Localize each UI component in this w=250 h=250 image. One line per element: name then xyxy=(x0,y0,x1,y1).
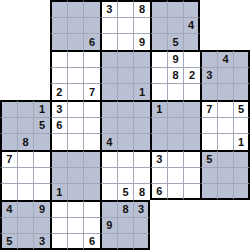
empty-cell-r5c13[interactable] xyxy=(217,83,234,100)
empty-cell-r8c5[interactable] xyxy=(83,133,100,150)
offboard-r1c1 xyxy=(17,17,34,34)
empty-cell-r6c4[interactable] xyxy=(67,100,84,117)
empty-cell-r11c0[interactable] xyxy=(0,183,17,200)
empty-cell-r10c5[interactable] xyxy=(83,167,100,184)
offboard-r2c12 xyxy=(200,33,217,50)
given-digit-r8c1: 8 xyxy=(17,133,34,150)
given-digit-r0c6: 3 xyxy=(100,0,117,17)
empty-cell-r5c7[interactable] xyxy=(117,83,134,100)
empty-cell-r8c3[interactable] xyxy=(50,133,67,150)
offboard-r14c13 xyxy=(217,233,234,250)
empty-cell-r4c13[interactable] xyxy=(217,67,234,84)
empty-cell-r10c1[interactable] xyxy=(17,167,34,184)
empty-cell-r2c7[interactable] xyxy=(117,33,134,50)
offboard-r14c11 xyxy=(183,233,200,250)
empty-cell-r7c13[interactable] xyxy=(217,117,234,134)
empty-cell-r7c0[interactable] xyxy=(0,117,17,134)
empty-cell-r3c12[interactable] xyxy=(200,50,217,67)
sudoku-board: 384695948232711317556841735158649839536 xyxy=(0,0,250,250)
offboard-r1c2 xyxy=(33,17,50,34)
empty-cell-r12c6[interactable] xyxy=(100,200,117,217)
empty-cell-r10c10[interactable] xyxy=(167,167,184,184)
empty-cell-r0c3[interactable] xyxy=(50,0,67,17)
empty-cell-r6c1[interactable] xyxy=(17,100,34,117)
given-digit-r9c0: 7 xyxy=(0,150,17,167)
offboard-r1c0 xyxy=(0,17,17,34)
empty-cell-r2c6[interactable] xyxy=(100,33,117,50)
given-digit-r11c8: 8 xyxy=(133,183,150,200)
empty-cell-r11c2[interactable] xyxy=(33,183,50,200)
empty-cell-r1c3[interactable] xyxy=(50,17,67,34)
empty-cell-r4c6[interactable] xyxy=(100,67,117,84)
empty-cell-r12c4[interactable] xyxy=(67,200,84,217)
empty-cell-r6c13[interactable] xyxy=(217,100,234,117)
offboard-r0c2 xyxy=(33,0,50,17)
empty-cell-r4c14[interactable] xyxy=(233,67,250,84)
given-digit-r6c2: 1 xyxy=(33,100,50,117)
empty-cell-r14c4[interactable] xyxy=(67,233,84,250)
empty-cell-r3c5[interactable] xyxy=(83,50,100,67)
empty-cell-r9c2[interactable] xyxy=(33,150,50,167)
empty-cell-r9c3[interactable] xyxy=(50,150,67,167)
empty-cell-r13c7[interactable] xyxy=(117,217,134,234)
empty-cell-r0c10[interactable] xyxy=(167,0,184,17)
empty-cell-r0c5[interactable] xyxy=(83,0,100,17)
empty-cell-r9c6[interactable] xyxy=(100,150,117,167)
empty-cell-r1c6[interactable] xyxy=(100,17,117,34)
empty-cell-r7c8[interactable] xyxy=(133,117,150,134)
empty-cell-r0c7[interactable] xyxy=(117,0,134,17)
empty-cell-r12c1[interactable] xyxy=(17,200,34,217)
empty-cell-r6c8[interactable] xyxy=(133,100,150,117)
empty-cell-r11c12[interactable] xyxy=(200,183,217,200)
given-digit-r12c7: 8 xyxy=(117,200,134,217)
offboard-r0c0 xyxy=(0,0,17,17)
empty-cell-r14c8[interactable] xyxy=(133,233,150,250)
empty-cell-r9c11[interactable] xyxy=(183,150,200,167)
empty-cell-r9c7[interactable] xyxy=(117,150,134,167)
given-digit-r12c8: 3 xyxy=(133,200,150,217)
empty-cell-r8c13[interactable] xyxy=(217,133,234,150)
empty-cell-r13c1[interactable] xyxy=(17,217,34,234)
given-digit-r6c9: 1 xyxy=(150,100,167,117)
offboard-r12c14 xyxy=(233,200,250,217)
given-digit-r1c11: 4 xyxy=(183,17,200,34)
given-digit-r2c8: 9 xyxy=(133,33,150,50)
empty-cell-r6c5[interactable] xyxy=(83,100,100,117)
offboard-r12c10 xyxy=(167,200,184,217)
empty-cell-r1c7[interactable] xyxy=(117,17,134,34)
empty-cell-r7c11[interactable] xyxy=(183,117,200,134)
empty-cell-r8c2[interactable] xyxy=(33,133,50,150)
offboard-r13c10 xyxy=(167,217,184,234)
offboard-r3c0 xyxy=(0,50,17,67)
empty-cell-r7c7[interactable] xyxy=(117,117,134,134)
empty-cell-r10c6[interactable] xyxy=(100,167,117,184)
empty-cell-r3c7[interactable] xyxy=(117,50,134,67)
offboard-r0c1 xyxy=(17,0,34,17)
empty-cell-r10c4[interactable] xyxy=(67,167,84,184)
empty-cell-r13c4[interactable] xyxy=(67,217,84,234)
empty-cell-r3c3[interactable] xyxy=(50,50,67,67)
empty-cell-r2c11[interactable] xyxy=(183,33,200,50)
empty-cell-r9c4[interactable] xyxy=(67,150,84,167)
empty-cell-r4c5[interactable] xyxy=(83,67,100,84)
empty-cell-r7c6[interactable] xyxy=(100,117,117,134)
empty-cell-r1c8[interactable] xyxy=(133,17,150,34)
empty-cell-r6c11[interactable] xyxy=(183,100,200,117)
given-digit-r13c6: 9 xyxy=(100,217,117,234)
empty-cell-r6c10[interactable] xyxy=(167,100,184,117)
empty-cell-r12c5[interactable] xyxy=(83,200,100,217)
offboard-r3c1 xyxy=(17,50,34,67)
given-digit-r5c8: 1 xyxy=(133,83,150,100)
given-digit-r7c2: 5 xyxy=(33,117,50,134)
empty-cell-r8c7[interactable] xyxy=(117,133,134,150)
empty-cell-r10c11[interactable] xyxy=(183,167,200,184)
empty-cell-r6c0[interactable] xyxy=(0,100,17,117)
empty-cell-r14c3[interactable] xyxy=(50,233,67,250)
offboard-r0c14 xyxy=(233,0,250,17)
empty-cell-r5c12[interactable] xyxy=(200,83,217,100)
offboard-r5c1 xyxy=(17,83,34,100)
empty-cell-r10c13[interactable] xyxy=(217,167,234,184)
empty-cell-r4c4[interactable] xyxy=(67,67,84,84)
offboard-r1c14 xyxy=(233,17,250,34)
empty-cell-r2c4[interactable] xyxy=(67,33,84,50)
empty-cell-r8c8[interactable] xyxy=(133,133,150,150)
empty-cell-r13c8[interactable] xyxy=(133,217,150,234)
empty-cell-r8c11[interactable] xyxy=(183,133,200,150)
empty-cell-r7c4[interactable] xyxy=(67,117,84,134)
empty-cell-r13c5[interactable] xyxy=(83,217,100,234)
empty-cell-r10c12[interactable] xyxy=(200,167,217,184)
empty-cell-r10c3[interactable] xyxy=(50,167,67,184)
empty-cell-r11c5[interactable] xyxy=(83,183,100,200)
empty-cell-r10c7[interactable] xyxy=(117,167,134,184)
empty-cell-r13c2[interactable] xyxy=(33,217,50,234)
empty-cell-r4c3[interactable] xyxy=(50,67,67,84)
offboard-r0c13 xyxy=(217,0,234,17)
given-digit-r9c12: 5 xyxy=(200,150,217,167)
empty-cell-r3c11[interactable] xyxy=(183,50,200,67)
empty-cell-r5c11[interactable] xyxy=(183,83,200,100)
empty-cell-r5c14[interactable] xyxy=(233,83,250,100)
offboard-r13c12 xyxy=(200,217,217,234)
empty-cell-r9c5[interactable] xyxy=(83,150,100,167)
offboard-r13c13 xyxy=(217,217,234,234)
empty-cell-r13c3[interactable] xyxy=(50,217,67,234)
empty-cell-r8c12[interactable] xyxy=(200,133,217,150)
given-digit-r5c3: 2 xyxy=(50,83,67,100)
empty-cell-r14c7[interactable] xyxy=(117,233,134,250)
empty-cell-r9c10[interactable] xyxy=(167,150,184,167)
empty-cell-r7c10[interactable] xyxy=(167,117,184,134)
given-digit-r2c10: 5 xyxy=(167,33,184,50)
empty-cell-r11c13[interactable] xyxy=(217,183,234,200)
empty-cell-r8c0[interactable] xyxy=(0,133,17,150)
empty-cell-r10c9[interactable] xyxy=(150,167,167,184)
offboard-r4c1 xyxy=(17,67,34,84)
given-digit-r4c12: 3 xyxy=(200,67,217,84)
empty-cell-r4c9[interactable] xyxy=(150,67,167,84)
empty-cell-r9c8[interactable] xyxy=(133,150,150,167)
empty-cell-r3c8[interactable] xyxy=(133,50,150,67)
empty-cell-r2c3[interactable] xyxy=(50,33,67,50)
empty-cell-r0c4[interactable] xyxy=(67,0,84,17)
offboard-r14c12 xyxy=(200,233,217,250)
offboard-r4c2 xyxy=(33,67,50,84)
offboard-r2c1 xyxy=(17,33,34,50)
given-digit-r4c11: 2 xyxy=(183,67,200,84)
empty-cell-r10c0[interactable] xyxy=(0,167,17,184)
empty-cell-r7c14[interactable] xyxy=(233,117,250,134)
given-digit-r8c6: 4 xyxy=(100,133,117,150)
offboard-r12c13 xyxy=(217,200,234,217)
offboard-r2c14 xyxy=(233,33,250,50)
offboard-r4c0 xyxy=(0,67,17,84)
empty-cell-r3c6[interactable] xyxy=(100,50,117,67)
offboard-r12c9 xyxy=(150,200,167,217)
offboard-r5c2 xyxy=(33,83,50,100)
offboard-r12c12 xyxy=(200,200,217,217)
empty-cell-r5c6[interactable] xyxy=(100,83,117,100)
given-digit-r11c3: 1 xyxy=(50,183,67,200)
empty-cell-r0c9[interactable] xyxy=(150,0,167,17)
empty-cell-r11c10[interactable] xyxy=(167,183,184,200)
empty-cell-r3c14[interactable] xyxy=(233,50,250,67)
empty-cell-r4c7[interactable] xyxy=(117,67,134,84)
offboard-r12c11 xyxy=(183,200,200,217)
empty-cell-r11c6[interactable] xyxy=(100,183,117,200)
offboard-r0c12 xyxy=(200,0,217,17)
given-digit-r14c5: 6 xyxy=(83,233,100,250)
empty-cell-r8c10[interactable] xyxy=(167,133,184,150)
empty-cell-r7c9[interactable] xyxy=(150,117,167,134)
empty-cell-r14c6[interactable] xyxy=(100,233,117,250)
empty-cell-r11c14[interactable] xyxy=(233,183,250,200)
empty-cell-r8c9[interactable] xyxy=(150,133,167,150)
empty-cell-r10c2[interactable] xyxy=(33,167,50,184)
offboard-r13c9 xyxy=(150,217,167,234)
offboard-r2c13 xyxy=(217,33,234,50)
offboard-r13c14 xyxy=(233,217,250,234)
empty-cell-r11c1[interactable] xyxy=(17,183,34,200)
given-digit-r11c7: 5 xyxy=(117,183,134,200)
given-digit-r3c10: 9 xyxy=(167,50,184,67)
given-digit-r6c12: 7 xyxy=(200,100,217,117)
empty-cell-r12c3[interactable] xyxy=(50,200,67,217)
empty-cell-r7c12[interactable] xyxy=(200,117,217,134)
empty-cell-r13c0[interactable] xyxy=(0,217,17,234)
empty-cell-r5c9[interactable] xyxy=(150,83,167,100)
empty-cell-r11c11[interactable] xyxy=(183,183,200,200)
given-digit-r5c5: 7 xyxy=(83,83,100,100)
offboard-r3c2 xyxy=(33,50,50,67)
empty-cell-r14c1[interactable] xyxy=(17,233,34,250)
empty-cell-r1c9[interactable] xyxy=(150,17,167,34)
empty-cell-r3c4[interactable] xyxy=(67,50,84,67)
given-digit-r8c14: 1 xyxy=(233,133,250,150)
empty-cell-r9c1[interactable] xyxy=(17,150,34,167)
given-digit-r9c9: 3 xyxy=(150,150,167,167)
given-digit-r4c10: 8 xyxy=(167,67,184,84)
given-digit-r7c3: 6 xyxy=(50,117,67,134)
given-digit-r3c13: 4 xyxy=(217,50,234,67)
given-digit-r6c14: 5 xyxy=(233,100,250,117)
empty-cell-r6c7[interactable] xyxy=(117,100,134,117)
given-digit-r2c5: 6 xyxy=(83,33,100,50)
given-digit-r0c8: 8 xyxy=(133,0,150,17)
offboard-r14c14 xyxy=(233,233,250,250)
empty-cell-r1c5[interactable] xyxy=(83,17,100,34)
empty-cell-r1c10[interactable] xyxy=(167,17,184,34)
empty-cell-r10c8[interactable] xyxy=(133,167,150,184)
given-digit-r6c3: 3 xyxy=(50,100,67,117)
empty-cell-r9c14[interactable] xyxy=(233,150,250,167)
empty-cell-r3c9[interactable] xyxy=(150,50,167,67)
empty-cell-r0c11[interactable] xyxy=(183,0,200,17)
offboard-r13c11 xyxy=(183,217,200,234)
offboard-r2c0 xyxy=(0,33,17,50)
empty-cell-r5c4[interactable] xyxy=(67,83,84,100)
offboard-r2c2 xyxy=(33,33,50,50)
empty-cell-r7c1[interactable] xyxy=(17,117,34,134)
empty-cell-r5c10[interactable] xyxy=(167,83,184,100)
empty-cell-r2c9[interactable] xyxy=(150,33,167,50)
empty-cell-r6c6[interactable] xyxy=(100,100,117,117)
given-digit-r11c9: 6 xyxy=(150,183,167,200)
offboard-r1c12 xyxy=(200,17,217,34)
empty-cell-r9c13[interactable] xyxy=(217,150,234,167)
empty-cell-r10c14[interactable] xyxy=(233,167,250,184)
empty-cell-r7c5[interactable] xyxy=(83,117,100,134)
empty-cell-r1c4[interactable] xyxy=(67,17,84,34)
empty-cell-r4c8[interactable] xyxy=(133,67,150,84)
offboard-r1c13 xyxy=(217,17,234,34)
offboard-r14c10 xyxy=(167,233,184,250)
given-digit-r14c2: 3 xyxy=(33,233,50,250)
given-digit-r12c2: 9 xyxy=(33,200,50,217)
empty-cell-r8c4[interactable] xyxy=(67,133,84,150)
given-digit-r14c0: 5 xyxy=(0,233,17,250)
given-digit-r12c0: 4 xyxy=(0,200,17,217)
empty-cell-r11c4[interactable] xyxy=(67,183,84,200)
offboard-r14c9 xyxy=(150,233,167,250)
offboard-r5c0 xyxy=(0,83,17,100)
